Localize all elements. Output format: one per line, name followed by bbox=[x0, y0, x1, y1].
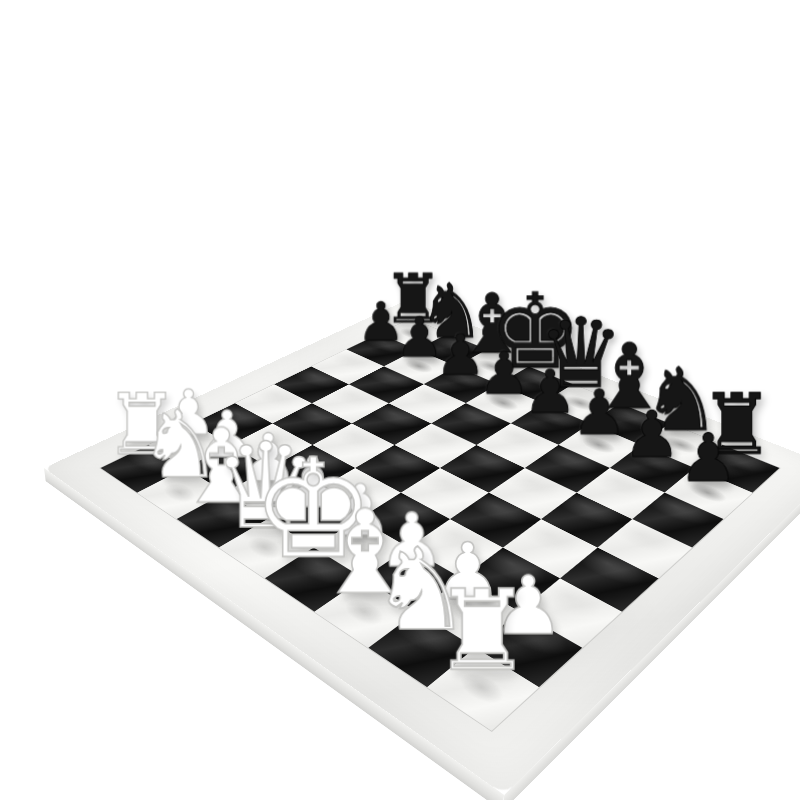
product-photo-stage: ♜♞♝♚♛♝♞♜♟♟♟♟♟♟♟♟♟♟♟♟♟♟♟♟♜♞♝♛♚♝♞♜ bbox=[0, 0, 800, 800]
pawn-glyph: ♟ bbox=[571, 382, 627, 444]
pawn-glyph: ♟ bbox=[478, 344, 530, 402]
rook-glyph: ♜ bbox=[433, 575, 532, 686]
pawn-glyph: ♟ bbox=[523, 362, 577, 422]
chess-board: ♜♞♝♚♛♝♞♜♟♟♟♟♟♟♟♟♟♟♟♟♟♟♟♟♜♞♝♛♚♝♞♜ bbox=[44, 300, 800, 795]
board-frame: ♜♞♝♚♛♝♞♜♟♟♟♟♟♟♟♟♟♟♟♟♟♟♟♟♜♞♝♛♚♝♞♜ bbox=[44, 300, 800, 795]
pawn-glyph: ♟ bbox=[678, 425, 738, 491]
square-h1[interactable]: ♜ bbox=[427, 648, 539, 731]
pawn-glyph: ♟ bbox=[623, 403, 680, 467]
scene-perspective: ♜♞♝♚♛♝♞♜♟♟♟♟♟♟♟♟♟♟♟♟♟♟♟♟♜♞♝♛♚♝♞♜ bbox=[0, 0, 800, 800]
